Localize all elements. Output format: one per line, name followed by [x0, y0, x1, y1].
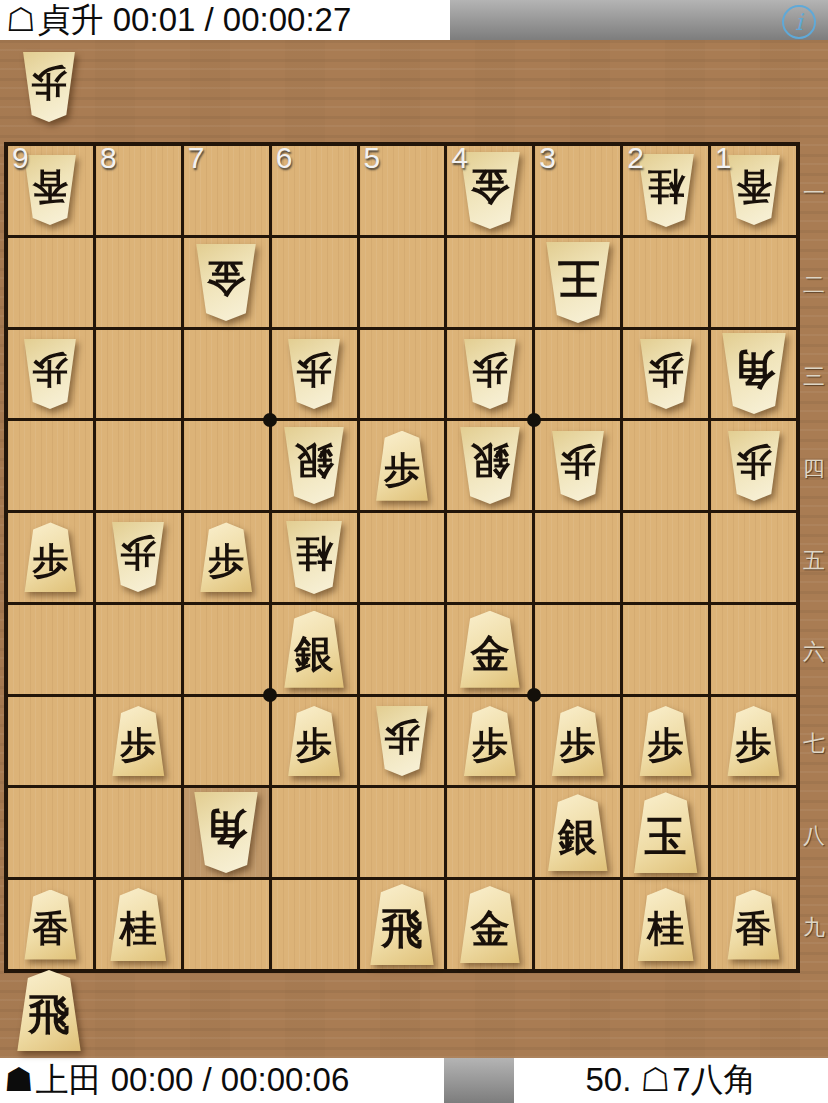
piece-kanji: 歩: [120, 528, 156, 577]
piece-kanji: 歩: [296, 721, 332, 770]
info-button[interactable]: i: [782, 5, 816, 39]
piece-kanji: 歩: [384, 712, 420, 761]
player-clock-panel: ☗上田 00:00 / 00:00:06: [0, 1058, 444, 1103]
piece-kanji: 角: [733, 341, 775, 397]
piece-silver-sente[interactable]: 銀: [283, 611, 345, 688]
shogi-app-screen: ☖貞升 00:01 / 00:00:27 i 歩 香金桂香金王歩歩歩歩角銀歩銀歩…: [0, 0, 828, 1103]
koma-wrap: 歩: [551, 431, 605, 501]
square-1-9[interactable]: 香: [711, 880, 796, 969]
square-3-6[interactable]: [535, 605, 620, 694]
piece-kanji: 香: [32, 905, 68, 954]
square-1-4[interactable]: 歩: [711, 421, 796, 510]
koma-wrap: 王: [545, 242, 611, 323]
koma-wrap: 歩: [727, 431, 781, 501]
rank-label-1: 一: [800, 178, 828, 208]
koma-wrap: 玉: [633, 792, 699, 873]
square-4-4[interactable]: 銀: [447, 421, 532, 510]
square-6-5[interactable]: 桂: [272, 513, 357, 602]
square-4-2[interactable]: [447, 238, 532, 327]
piece-kanji: 歩: [32, 345, 68, 394]
square-2-5[interactable]: [623, 513, 708, 602]
piece-pawn-gote[interactable]: 歩: [111, 522, 165, 592]
piece-pawn-sente[interactable]: 歩: [551, 706, 605, 776]
piece-gold-sente[interactable]: 金: [459, 886, 521, 963]
square-8-3[interactable]: [96, 330, 181, 419]
piece-silver-sente[interactable]: 銀: [547, 794, 609, 871]
piece-gold-gote[interactable]: 金: [195, 244, 257, 321]
square-4-8[interactable]: [447, 788, 532, 877]
piece-kanji: 歩: [736, 437, 772, 486]
file-label-5: 5: [364, 143, 381, 173]
sente-hand-tray: 飛: [16, 970, 82, 1051]
piece-kanji: 歩: [648, 721, 684, 770]
piece-kanji: 玉: [645, 809, 687, 865]
rank-label-2: 二: [800, 270, 828, 300]
square-4-7[interactable]: 歩: [447, 697, 532, 786]
koma-wrap: 歩: [727, 706, 781, 776]
piece-kanji: 王: [557, 250, 599, 306]
square-8-4[interactable]: [96, 421, 181, 510]
square-3-3[interactable]: [535, 330, 620, 419]
rank-label-6: 六: [800, 637, 828, 667]
piece-pawn-gote[interactable]: 歩: [22, 52, 76, 122]
square-9-6[interactable]: [8, 605, 93, 694]
piece-kanji: 香: [736, 161, 772, 210]
square-7-3[interactable]: [184, 330, 269, 419]
koma-wrap: 歩: [551, 706, 605, 776]
piece-king-gote[interactable]: 王: [545, 242, 611, 323]
square-3-7[interactable]: 歩: [535, 697, 620, 786]
koma-wrap: 飛: [369, 884, 435, 965]
square-9-2[interactable]: [8, 238, 93, 327]
piece-knight-sente[interactable]: 桂: [637, 888, 695, 961]
file-label-1: 1: [715, 143, 732, 173]
koma-wrap: 桂: [637, 888, 695, 961]
piece-kanji: 歩: [560, 437, 596, 486]
piece-kanji: 香: [32, 161, 68, 210]
sente-piece-symbol: ☗: [4, 1061, 34, 1098]
piece-kanji: 銀: [295, 627, 334, 681]
koma-wrap: 銀: [547, 794, 609, 871]
piece-kanji: 歩: [560, 721, 596, 770]
square-8-6[interactable]: [96, 605, 181, 694]
piece-kanji: 桂: [120, 904, 157, 954]
file-label-3: 3: [539, 143, 556, 173]
move-side-symbol: ☖: [641, 1061, 671, 1098]
piece-kanji: 歩: [648, 345, 684, 394]
piece-lance-gote[interactable]: 香: [23, 155, 77, 225]
koma-wrap: 桂: [637, 154, 695, 227]
koma-wrap: 角: [721, 333, 787, 414]
opponent-time: 00:01 / 00:00:27: [113, 1, 352, 38]
square-2-3[interactable]: 歩: [623, 330, 708, 419]
piece-kanji: 桂: [647, 161, 684, 211]
square-8-2[interactable]: [96, 238, 181, 327]
piece-kanji: 歩: [472, 345, 508, 394]
square-7-5[interactable]: 歩: [184, 513, 269, 602]
koma-wrap: 飛: [16, 970, 82, 1051]
piece-kanji: 金: [470, 627, 509, 681]
square-1-3[interactable]: 角: [711, 330, 796, 419]
koma-wrap: 金: [459, 886, 521, 963]
koma-wrap: 銀: [283, 427, 345, 504]
player-name: 上田: [36, 1061, 102, 1098]
square-9-5[interactable]: 歩: [8, 513, 93, 602]
piece-silver-gote[interactable]: 銀: [283, 427, 345, 504]
square-2-7[interactable]: 歩: [623, 697, 708, 786]
koma-wrap: 桂: [285, 521, 343, 594]
piece-king-sente[interactable]: 玉: [633, 792, 699, 873]
square-7-2[interactable]: 金: [184, 238, 269, 327]
player-clock-bar: ☗上田 00:00 / 00:00:06 50. ☖7八角: [0, 1058, 828, 1103]
piece-kanji: 歩: [384, 446, 420, 495]
square-6-9[interactable]: [272, 880, 357, 969]
square-9-7[interactable]: [8, 697, 93, 786]
rank-label-9: 九: [800, 913, 828, 943]
info-icon: i: [795, 9, 802, 35]
piece-pawn-sente[interactable]: 歩: [23, 522, 77, 592]
piece-kanji: 歩: [736, 721, 772, 770]
koma-wrap: 歩: [463, 339, 517, 409]
gote-piece-symbol: ☖: [6, 1, 36, 38]
file-label-6: 6: [276, 143, 293, 173]
piece-pawn-sente[interactable]: 歩: [375, 431, 429, 501]
square-7-4[interactable]: [184, 421, 269, 510]
piece-gold-sente[interactable]: 金: [459, 611, 521, 688]
koma-wrap: 歩: [639, 339, 693, 409]
koma-wrap: 角: [193, 792, 259, 873]
koma-wrap: 桂: [109, 888, 167, 961]
piece-pawn-gote[interactable]: 歩: [23, 339, 77, 409]
koma-wrap: 金: [459, 152, 521, 229]
koma-wrap: 歩: [287, 339, 341, 409]
piece-kanji: 金: [207, 251, 246, 305]
koma-wrap: 歩: [199, 522, 253, 592]
piece-knight-sente[interactable]: 桂: [109, 888, 167, 961]
square-2-9[interactable]: 桂: [623, 880, 708, 969]
piece-kanji: 歩: [32, 537, 68, 586]
piece-pawn-gote[interactable]: 歩: [727, 431, 781, 501]
square-4-9[interactable]: 金: [447, 880, 532, 969]
square-5-8[interactable]: [360, 788, 445, 877]
piece-pawn-sente[interactable]: 歩: [727, 706, 781, 776]
square-9-3[interactable]: 歩: [8, 330, 93, 419]
koma-wrap: 歩: [375, 431, 429, 501]
piece-bishop-gote[interactable]: 角: [193, 792, 259, 873]
square-6-7[interactable]: 歩: [272, 697, 357, 786]
square-8-7[interactable]: 歩: [96, 697, 181, 786]
square-3-9[interactable]: [535, 880, 620, 969]
piece-pawn-gote[interactable]: 歩: [551, 431, 605, 501]
piece-gold-gote[interactable]: 金: [459, 152, 521, 229]
square-9-8[interactable]: [8, 788, 93, 877]
koma-wrap: 銀: [283, 611, 345, 688]
piece-pawn-sente[interactable]: 歩: [639, 706, 693, 776]
koma-wrap: 香: [727, 155, 781, 225]
koma-wrap: 歩: [111, 706, 165, 776]
square-5-6[interactable]: [360, 605, 445, 694]
gote-hand-tray: 歩: [22, 52, 76, 122]
koma-wrap: 金: [195, 244, 257, 321]
square-5-3[interactable]: [360, 330, 445, 419]
koma-wrap: 歩: [22, 52, 76, 122]
koma-wrap: 銀: [459, 427, 521, 504]
piece-kanji: 角: [205, 800, 247, 856]
square-3-2[interactable]: 王: [535, 238, 620, 327]
piece-kanji: 歩: [296, 345, 332, 394]
piece-pawn-sente[interactable]: 歩: [111, 706, 165, 776]
koma-wrap: 歩: [639, 706, 693, 776]
square-5-7[interactable]: 歩: [360, 697, 445, 786]
rank-label-3: 三: [800, 362, 828, 392]
koma-wrap: 歩: [23, 522, 77, 592]
square-8-5[interactable]: 歩: [96, 513, 181, 602]
piece-rook-sente[interactable]: 飛: [16, 970, 82, 1051]
piece-knight-gote[interactable]: 桂: [637, 154, 695, 227]
file-label-9: 9: [12, 143, 29, 173]
square-6-3[interactable]: 歩: [272, 330, 357, 419]
piece-pawn-gote[interactable]: 歩: [375, 706, 429, 776]
file-label-4: 4: [451, 143, 468, 173]
koma-wrap: 香: [23, 890, 77, 960]
move-number: 50.: [586, 1061, 632, 1098]
piece-kanji: 銀: [470, 434, 509, 488]
shogi-board: 香金桂香金王歩歩歩歩角銀歩銀歩歩歩歩歩桂銀金歩歩歩歩歩歩歩角銀玉香桂飛金桂香: [4, 142, 800, 973]
piece-rook-sente[interactable]: 飛: [369, 884, 435, 965]
piece-kanji: 歩: [208, 537, 244, 586]
hoshi-dot: [527, 688, 541, 702]
piece-kanji: 金: [470, 902, 509, 956]
square-5-2[interactable]: [360, 238, 445, 327]
koma-wrap: 歩: [23, 339, 77, 409]
rank-label-4: 四: [800, 454, 828, 484]
square-3-8[interactable]: 銀: [535, 788, 620, 877]
square-8-9[interactable]: 桂: [96, 880, 181, 969]
square-5-4[interactable]: 歩: [360, 421, 445, 510]
koma-wrap: 歩: [463, 706, 517, 776]
file-label-2: 2: [627, 143, 644, 173]
square-6-2[interactable]: [272, 238, 357, 327]
piece-kanji: 歩: [120, 721, 156, 770]
piece-pawn-sente[interactable]: 歩: [287, 706, 341, 776]
rank-label-8: 八: [800, 821, 828, 851]
move-text: 7八角: [672, 1061, 756, 1098]
piece-silver-gote[interactable]: 銀: [459, 427, 521, 504]
square-3-5[interactable]: [535, 513, 620, 602]
square-9-4[interactable]: [8, 421, 93, 510]
square-2-8[interactable]: 玉: [623, 788, 708, 877]
piece-kanji: 飛: [28, 987, 70, 1043]
square-6-6[interactable]: 銀: [272, 605, 357, 694]
square-5-5[interactable]: [360, 513, 445, 602]
piece-kanji: 桂: [296, 528, 333, 578]
square-2-4[interactable]: [623, 421, 708, 510]
square-7-9[interactable]: [184, 880, 269, 969]
rank-label-7: 七: [800, 729, 828, 759]
piece-knight-gote[interactable]: 桂: [285, 521, 343, 594]
rank-label-5: 五: [800, 546, 828, 576]
piece-bishop-gote[interactable]: 角: [721, 333, 787, 414]
piece-pawn-gote[interactable]: 歩: [639, 339, 693, 409]
piece-pawn-sente[interactable]: 歩: [463, 706, 517, 776]
square-1-6[interactable]: [711, 605, 796, 694]
piece-kanji: 桂: [647, 904, 684, 954]
square-1-5[interactable]: [711, 513, 796, 602]
hoshi-dot: [527, 413, 541, 427]
koma-wrap: 香: [727, 890, 781, 960]
koma-wrap: 金: [459, 611, 521, 688]
koma-wrap: 歩: [111, 522, 165, 592]
square-9-9[interactable]: 香: [8, 880, 93, 969]
koma-wrap: 歩: [375, 706, 429, 776]
file-label-7: 7: [188, 143, 205, 173]
piece-pawn-sente[interactable]: 歩: [199, 522, 253, 592]
square-2-2[interactable]: [623, 238, 708, 327]
piece-kanji: 銀: [295, 434, 334, 488]
square-4-3[interactable]: 歩: [447, 330, 532, 419]
square-7-6[interactable]: [184, 605, 269, 694]
piece-pawn-gote[interactable]: 歩: [287, 339, 341, 409]
player-time: 00:00 / 00:00:06: [111, 1061, 350, 1098]
square-1-2[interactable]: [711, 238, 796, 327]
opponent-clock-panel: ☖貞升 00:01 / 00:00:27: [0, 0, 450, 40]
piece-kanji: 銀: [558, 810, 597, 864]
square-2-6[interactable]: [623, 605, 708, 694]
move-display[interactable]: 50. ☖7八角: [514, 1058, 828, 1103]
square-8-8[interactable]: [96, 788, 181, 877]
square-4-5[interactable]: [447, 513, 532, 602]
board-background: 歩 香金桂香金王歩歩歩歩角銀歩銀歩歩歩歩歩桂銀金歩歩歩歩歩歩歩角銀玉香桂飛金桂香…: [0, 40, 828, 1058]
square-1-7[interactable]: 歩: [711, 697, 796, 786]
square-1-8[interactable]: [711, 788, 796, 877]
piece-lance-sente[interactable]: 香: [727, 890, 781, 960]
square-7-7[interactable]: [184, 697, 269, 786]
hoshi-dot: [263, 688, 277, 702]
file-label-8: 8: [100, 143, 117, 173]
piece-kanji: 金: [470, 159, 509, 213]
koma-wrap: 歩: [287, 706, 341, 776]
koma-wrap: 香: [23, 155, 77, 225]
piece-lance-gote[interactable]: 香: [727, 155, 781, 225]
square-7-8[interactable]: 角: [184, 788, 269, 877]
square-4-6[interactable]: 金: [447, 605, 532, 694]
piece-lance-sente[interactable]: 香: [23, 890, 77, 960]
piece-kanji: 歩: [472, 721, 508, 770]
piece-pawn-gote[interactable]: 歩: [463, 339, 517, 409]
piece-kanji: 香: [736, 905, 772, 954]
piece-kanji: 歩: [31, 58, 67, 107]
piece-kanji: 飛: [381, 901, 423, 957]
square-6-4[interactable]: 銀: [272, 421, 357, 510]
hoshi-dot: [263, 413, 277, 427]
square-6-8[interactable]: [272, 788, 357, 877]
square-5-9[interactable]: 飛: [360, 880, 445, 969]
opponent-name: 貞升: [38, 1, 104, 38]
square-3-4[interactable]: 歩: [535, 421, 620, 510]
opponent-clock-bar: ☖貞升 00:01 / 00:00:27 i: [0, 0, 828, 40]
